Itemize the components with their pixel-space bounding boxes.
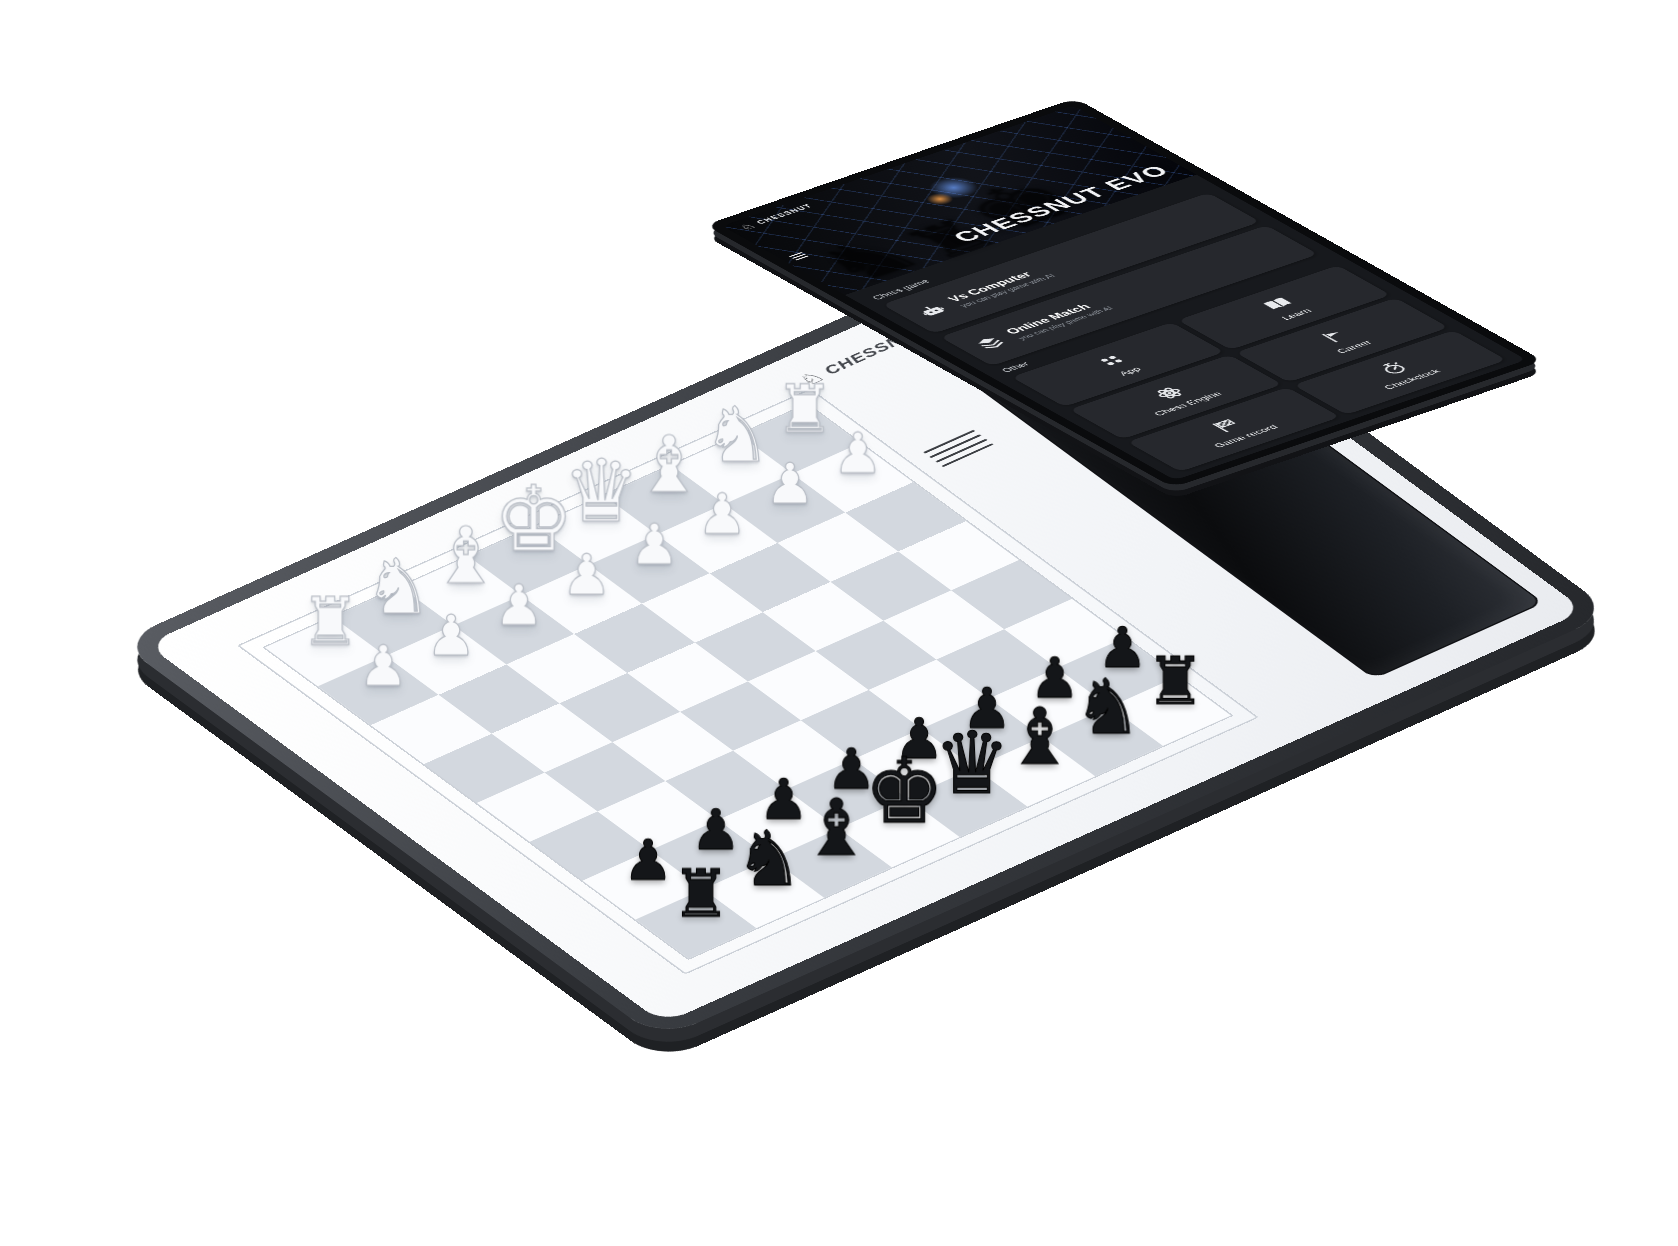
piece-black-rook: ♜ [631,861,771,927]
chess-board: ♜♞♝♚♛♝♞♜♟♟♟♟♟♟♟♟♟♟♟♟♟♟♟♟♜♞♝♚♛♝♞♜ [262,403,1233,960]
tile-label: App [1116,365,1143,376]
knight-logo-icon: ♘ [736,221,760,232]
vs-computer-icon [911,301,953,319]
square-h8: ♜ [636,889,757,958]
app-logo: ♘ CHESSNUT [736,202,817,232]
speaker-grille [923,430,994,468]
app-logo-text: CHESSNUT [755,203,815,225]
piece-white-pawn: ♟ [313,638,453,694]
product-render-page: ♜♞♝♚♛♝♞♜♟♟♟♟♟♟♟♟♟♟♟♟♟♟♟♟♜♞♝♚♛♝♞♜ ♘ CHESS… [0,0,1678,1246]
online-match-icon [969,334,1011,352]
